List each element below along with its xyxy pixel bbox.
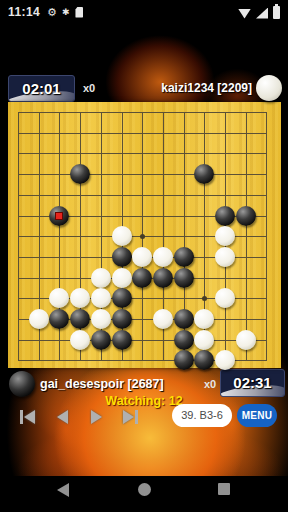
battery-icon: [273, 6, 280, 19]
white-player-name: kaizi1234 [2209]: [161, 75, 252, 102]
black-stone: [112, 288, 132, 308]
wifi-icon: [238, 9, 251, 19]
black-stone: [112, 247, 132, 267]
white-stone: [153, 309, 173, 329]
black-stone: [174, 330, 194, 350]
white-stone: [91, 268, 111, 288]
black-stone: [153, 268, 173, 288]
black-stone: [49, 206, 69, 226]
black-stone: [174, 268, 194, 288]
prev-move-button[interactable]: [57, 410, 68, 424]
grid-line-v: [266, 112, 267, 361]
status-time: 11:14: [8, 5, 40, 19]
black-player-clock: 02:31: [220, 369, 285, 397]
last-move-marker: [55, 212, 63, 220]
phone-screen: 11:14 ⚙ ✱ 02:01 x0 kaizi1234 [2209] gai_…: [0, 0, 288, 512]
asterisk-notification-icon: ✱: [62, 8, 70, 17]
white-player-captures: x0: [83, 75, 95, 102]
last-move-icon: [123, 410, 134, 424]
move-number-display[interactable]: 39. B3-6: [172, 404, 232, 427]
white-stone: [112, 226, 132, 246]
cell-signal-icon: [256, 8, 268, 19]
black-stone: [174, 247, 194, 267]
black-stone: [112, 309, 132, 329]
grid-line-h: [18, 340, 267, 341]
first-move-button[interactable]: [20, 410, 35, 424]
black-stone: [236, 206, 256, 226]
status-right-icons: [238, 6, 280, 19]
white-stone: [112, 268, 132, 288]
black-stone: [194, 164, 214, 184]
back-icon[interactable]: [57, 483, 69, 497]
white-stone: [91, 309, 111, 329]
white-stone: [215, 350, 235, 370]
white-stone: [215, 288, 235, 308]
white-stone: [49, 288, 69, 308]
black-stone: [132, 268, 152, 288]
menu-button[interactable]: MENU: [237, 404, 277, 427]
prev-move-icon: [57, 410, 68, 424]
last-move-button[interactable]: [123, 410, 138, 424]
first-move-icon: [20, 410, 23, 424]
white-player-clock-time: 02:01: [9, 76, 74, 101]
recents-icon[interactable]: [218, 483, 230, 495]
grid-line-v: [246, 112, 247, 361]
white-stone: [236, 330, 256, 350]
next-move-icon: [91, 410, 102, 424]
white-stone: [194, 330, 214, 350]
black-stone: [194, 350, 214, 370]
black-stone: [174, 309, 194, 329]
settings-gear-icon: ⚙: [47, 7, 57, 18]
go-board[interactable]: [8, 102, 281, 368]
home-icon[interactable]: [138, 483, 151, 496]
white-stone: [29, 309, 49, 329]
white-stone-avatar: [256, 75, 282, 101]
black-stone: [112, 330, 132, 350]
black-stone: [70, 309, 90, 329]
hoshi-point: [202, 296, 207, 301]
black-stone: [91, 330, 111, 350]
black-stone: [215, 206, 235, 226]
white-stone: [91, 288, 111, 308]
next-move-button[interactable]: [91, 410, 102, 424]
black-stone: [49, 309, 69, 329]
android-nav-bar: [0, 476, 288, 512]
white-stone: [153, 247, 173, 267]
status-bar: 11:14 ⚙ ✱: [0, 0, 288, 24]
white-stone: [70, 330, 90, 350]
white-stone: [194, 309, 214, 329]
white-stone: [215, 226, 235, 246]
sim-card-icon: [75, 7, 83, 18]
black-player-clock-time: 02:31: [221, 370, 284, 396]
black-stone: [70, 164, 90, 184]
hoshi-point: [140, 234, 145, 239]
white-stone: [70, 288, 90, 308]
black-stone: [174, 350, 194, 370]
white-stone: [215, 247, 235, 267]
white-stone: [132, 247, 152, 267]
white-player-clock: 02:01: [8, 75, 75, 102]
